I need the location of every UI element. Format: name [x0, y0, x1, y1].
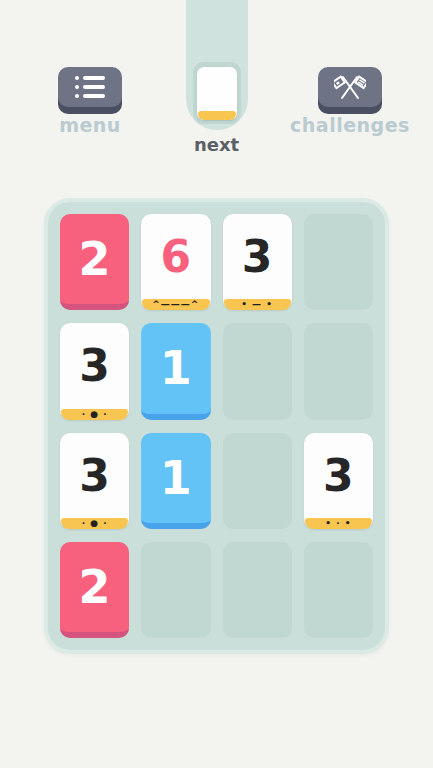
- menu-button[interactable]: [58, 67, 122, 107]
- challenges-label: challenges: [270, 114, 430, 136]
- card-r2c3[interactable]: 3 • · •: [304, 433, 373, 529]
- board-cell-r3c0: 2: [60, 542, 129, 638]
- card-feet: ^———^: [142, 299, 209, 310]
- card-number: 3: [242, 235, 273, 289]
- card-r0c1[interactable]: 6 ^———^: [141, 214, 210, 310]
- board-cell-r2c1: 1: [141, 433, 210, 529]
- board-cell-r2c0: 3 · ● ·: [60, 433, 129, 529]
- card-r2c1[interactable]: 1: [141, 433, 210, 529]
- card-number: 6: [161, 235, 192, 289]
- board-cell-r2c3: 3 • · •: [304, 433, 373, 529]
- board-cell-r0c3: [304, 214, 373, 310]
- card-number: 3: [323, 454, 354, 508]
- list-icon: [75, 76, 105, 98]
- board-grid[interactable]: 2 6 ^———^ 3 • — • 3 · ● ·: [60, 214, 373, 638]
- board-cell-r1c2: [223, 323, 292, 419]
- board-cell-r0c1: 6 ^———^: [141, 214, 210, 310]
- menu-label: menu: [10, 114, 170, 136]
- card-feet: • — •: [224, 299, 291, 310]
- card-feet: · ● ·: [61, 518, 128, 529]
- card-number: 1: [160, 345, 192, 391]
- game-board: 2 6 ^———^ 3 • — • 3 · ● ·: [44, 198, 389, 654]
- card-r1c1[interactable]: 1: [141, 323, 210, 419]
- board-cell-r1c1: 1: [141, 323, 210, 419]
- card-r1c0[interactable]: 3 · ● ·: [60, 323, 129, 419]
- board-cell-r3c3: [304, 542, 373, 638]
- card-r0c2[interactable]: 3 • — •: [223, 214, 292, 310]
- card-number: 3: [79, 344, 110, 398]
- next-card-foot: [198, 111, 236, 120]
- card-feet: · ● ·: [61, 409, 128, 420]
- card-feet: • · •: [305, 518, 372, 529]
- flags-icon: [334, 73, 366, 101]
- next-card: [197, 67, 237, 120]
- board-cell-r3c2: [223, 542, 292, 638]
- card-r3c0[interactable]: 2: [60, 542, 129, 638]
- board-cell-r1c3: [304, 323, 373, 419]
- card-number: 2: [79, 236, 111, 282]
- next-label: next: [157, 134, 277, 155]
- card-number: 3: [79, 454, 110, 508]
- card-r0c0[interactable]: 2: [60, 214, 129, 310]
- challenges-button[interactable]: [318, 67, 382, 107]
- next-slot: [186, 0, 248, 130]
- card-number: 1: [160, 455, 192, 501]
- board-cell-r0c2: 3 • — •: [223, 214, 292, 310]
- board-cell-r3c1: [141, 542, 210, 638]
- card-r2c0[interactable]: 3 · ● ·: [60, 433, 129, 529]
- board-cell-r1c0: 3 · ● ·: [60, 323, 129, 419]
- board-cell-r0c0: 2: [60, 214, 129, 310]
- card-number: 2: [79, 564, 111, 610]
- board-cell-r2c2: [223, 433, 292, 529]
